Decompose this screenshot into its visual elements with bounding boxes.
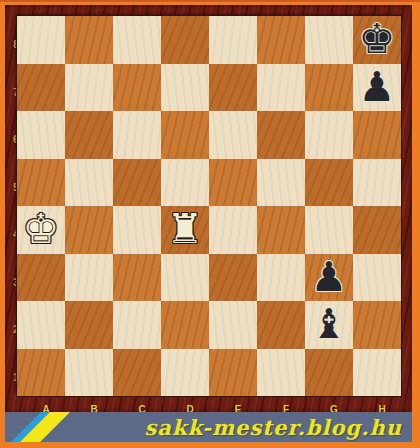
square-h1[interactable] — [353, 349, 401, 397]
square-f5[interactable] — [257, 159, 305, 207]
square-g6[interactable] — [305, 111, 353, 159]
square-b4[interactable] — [65, 206, 113, 254]
square-e5[interactable] — [209, 159, 257, 207]
square-b7[interactable] — [65, 64, 113, 112]
square-e7[interactable] — [209, 64, 257, 112]
square-e6[interactable] — [209, 111, 257, 159]
square-d7[interactable] — [161, 64, 209, 112]
white-king[interactable]: ♚ — [17, 206, 65, 254]
square-b3[interactable] — [65, 254, 113, 302]
square-d1[interactable] — [161, 349, 209, 397]
square-h4[interactable] — [353, 206, 401, 254]
square-h5[interactable] — [353, 159, 401, 207]
white-rook[interactable]: ♜ — [161, 206, 209, 254]
square-b8[interactable] — [65, 16, 113, 64]
square-h2[interactable] — [353, 301, 401, 349]
square-f3[interactable] — [257, 254, 305, 302]
square-a2[interactable] — [17, 301, 65, 349]
square-c5[interactable] — [113, 159, 161, 207]
square-c3[interactable] — [113, 254, 161, 302]
square-g8[interactable] — [305, 16, 353, 64]
square-c7[interactable] — [113, 64, 161, 112]
square-f8[interactable] — [257, 16, 305, 64]
square-e3[interactable] — [209, 254, 257, 302]
square-f7[interactable] — [257, 64, 305, 112]
square-a3[interactable] — [17, 254, 65, 302]
square-e2[interactable] — [209, 301, 257, 349]
square-e8[interactable] — [209, 16, 257, 64]
square-c8[interactable] — [113, 16, 161, 64]
square-a6[interactable] — [17, 111, 65, 159]
square-g2[interactable]: ♝ — [305, 301, 353, 349]
square-b5[interactable] — [65, 159, 113, 207]
square-h7[interactable]: ♟ — [353, 64, 401, 112]
square-a4[interactable]: ♚ — [17, 206, 65, 254]
watermark-link[interactable]: sakk-mester.blog.hu — [144, 412, 402, 442]
square-a5[interactable] — [17, 159, 65, 207]
square-f6[interactable] — [257, 111, 305, 159]
square-h6[interactable] — [353, 111, 401, 159]
square-a1[interactable] — [17, 349, 65, 397]
square-g7[interactable] — [305, 64, 353, 112]
square-f2[interactable] — [257, 301, 305, 349]
square-h8[interactable]: ♚ — [353, 16, 401, 64]
footer-banner: sakk-mester.blog.hu — [5, 412, 412, 442]
square-a7[interactable] — [17, 64, 65, 112]
square-e4[interactable] — [209, 206, 257, 254]
square-c2[interactable] — [113, 301, 161, 349]
square-g1[interactable] — [305, 349, 353, 397]
square-g4[interactable] — [305, 206, 353, 254]
square-d2[interactable] — [161, 301, 209, 349]
square-c6[interactable] — [113, 111, 161, 159]
square-b2[interactable] — [65, 301, 113, 349]
square-f4[interactable] — [257, 206, 305, 254]
square-b1[interactable] — [65, 349, 113, 397]
square-d8[interactable] — [161, 16, 209, 64]
square-d5[interactable] — [161, 159, 209, 207]
square-d6[interactable] — [161, 111, 209, 159]
square-g3[interactable]: ♟ — [305, 254, 353, 302]
black-pawn[interactable]: ♟ — [353, 64, 401, 112]
square-b6[interactable] — [65, 111, 113, 159]
black-pawn[interactable]: ♟ — [305, 254, 353, 302]
square-d4[interactable]: ♜ — [161, 206, 209, 254]
square-e1[interactable] — [209, 349, 257, 397]
black-king[interactable]: ♚ — [353, 16, 401, 64]
square-h3[interactable] — [353, 254, 401, 302]
square-g5[interactable] — [305, 159, 353, 207]
diagram-frame: 87654321 ABCDEFGH ♚♟♚♜♟♝ sakk-mester.blo… — [0, 0, 420, 448]
chess-board: ♚♟♚♜♟♝ — [17, 16, 401, 396]
square-c4[interactable] — [113, 206, 161, 254]
black-bishop[interactable]: ♝ — [305, 301, 353, 349]
square-f1[interactable] — [257, 349, 305, 397]
square-a8[interactable] — [17, 16, 65, 64]
square-d3[interactable] — [161, 254, 209, 302]
square-c1[interactable] — [113, 349, 161, 397]
